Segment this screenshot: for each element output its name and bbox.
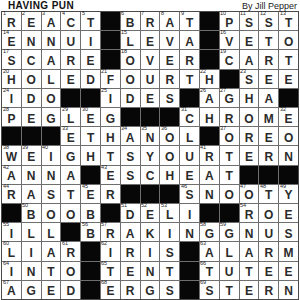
grid-cell-r4c10[interactable]: T: [180, 70, 199, 88]
cell-letter: A: [160, 12, 179, 30]
black-cell: [220, 70, 239, 88]
cell-letter: S: [42, 185, 61, 203]
grid-cell-r2c5[interactable]: I: [81, 31, 100, 49]
cell-letter: O: [42, 204, 61, 222]
grid-cell-r6c10[interactable]: 31C: [180, 108, 199, 126]
grid-cell-r4c6[interactable]: 21F: [101, 70, 120, 88]
cell-letter: T: [220, 281, 239, 299]
grid-cell-r10c6[interactable]: R: [101, 185, 120, 203]
grid-cell-r6c3[interactable]: G: [42, 108, 61, 126]
grid-cell-r7c13[interactable]: R: [240, 127, 259, 145]
grid-cell-r12c9[interactable]: I: [160, 223, 179, 241]
grid-cell-r9c11[interactable]: A: [200, 166, 219, 184]
cell-letter: E: [279, 204, 298, 222]
grid-cell-r11c2[interactable]: 50B: [22, 204, 41, 222]
cell-letter: I: [2, 262, 21, 280]
cell-letter: C: [61, 12, 80, 30]
cell-letter: N: [240, 223, 259, 241]
cell-letter: E: [259, 262, 278, 280]
grid-cell-r8c14[interactable]: R: [259, 146, 278, 164]
grid-cell-r1c13[interactable]: 11S: [240, 12, 259, 30]
cell-letter: G: [220, 89, 239, 107]
grid-cell-r15c8[interactable]: G: [141, 281, 160, 299]
cell-letter: N: [180, 223, 199, 241]
grid-cell-r13c12[interactable]: L: [220, 242, 239, 260]
grid-cell-r11c7[interactable]: 51D: [121, 204, 140, 222]
grid-cell-r5c9[interactable]: S: [160, 89, 179, 107]
grid-cell-r9c10[interactable]: E: [180, 166, 199, 184]
grid-cell-r2c14[interactable]: T: [259, 31, 278, 49]
grid-cell-r4c1[interactable]: 20H: [2, 70, 21, 88]
cell-letter: P: [220, 12, 239, 30]
grid-cell-r13c8[interactable]: I: [141, 242, 160, 260]
cell-letter: T: [180, 70, 199, 88]
grid-cell-r10c4[interactable]: T: [61, 185, 80, 203]
grid-cell-r5c12[interactable]: 27G: [220, 89, 239, 107]
grid-cell-r9c7[interactable]: S: [121, 166, 140, 184]
cell-letter: S: [160, 281, 179, 299]
grid-cell-r14c3[interactable]: T: [42, 262, 61, 280]
grid-cell-r15c9[interactable]: S: [160, 281, 179, 299]
cell-letter: A: [61, 166, 80, 184]
grid-cell-r1c14[interactable]: 12S: [259, 12, 278, 30]
cell-letter: V: [160, 31, 179, 49]
grid-cell-r3c5[interactable]: E: [81, 50, 100, 68]
cell-letter: A: [180, 31, 199, 49]
grid-cell-r3c10[interactable]: R: [180, 50, 199, 68]
cell-letter: B: [81, 204, 100, 222]
cell-letter: D: [61, 281, 80, 299]
grid-cell-r6c11[interactable]: H: [200, 108, 219, 126]
grid-cell-r11c3[interactable]: O: [42, 204, 61, 222]
grid-cell-r13c15[interactable]: M: [279, 242, 298, 260]
black-cell: [141, 108, 160, 126]
grid-cell-r4c2[interactable]: O: [22, 70, 41, 88]
grid-cell-r2c3[interactable]: N: [42, 31, 61, 49]
grid-cell-r4c14[interactable]: E: [259, 70, 278, 88]
grid-cell-r5c11[interactable]: 26A: [200, 89, 219, 107]
cell-letter: H: [200, 108, 219, 126]
cell-letter: R: [101, 185, 120, 203]
grid-cell-r1c3[interactable]: 3A: [42, 12, 61, 30]
grid-cell-r12c5[interactable]: 56B: [81, 223, 100, 241]
grid-cell-r13c6[interactable]: 62I: [101, 242, 120, 260]
grid-cell-r7c8[interactable]: 35N: [141, 127, 160, 145]
grid-cell-r8c11[interactable]: 41R: [200, 146, 219, 164]
grid-cell-r5c14[interactable]: A: [259, 89, 278, 107]
cell-letter: S: [121, 166, 140, 184]
cell-letter: T: [259, 31, 278, 49]
grid-cell-r12c8[interactable]: K: [141, 223, 160, 241]
grid-cell-r12c14[interactable]: U: [259, 223, 278, 241]
cell-letter: T: [42, 262, 61, 280]
cell-letter: N: [42, 31, 61, 49]
grid-cell-r1c4[interactable]: 4C: [61, 12, 80, 30]
cell-letter: L: [61, 108, 80, 126]
grid-cell-r10c15[interactable]: 49Y: [279, 185, 298, 203]
cell-letter: T: [101, 262, 120, 280]
grid-cell-r14c15[interactable]: E: [279, 262, 298, 280]
grid-cell-r8c7[interactable]: S: [121, 146, 140, 164]
black-cell: [121, 185, 140, 203]
grid-cell-r6c5[interactable]: 30E: [81, 108, 100, 126]
grid-cell-r15c6[interactable]: 68E: [101, 281, 120, 299]
grid-cell-r8c3[interactable]: 40I: [42, 146, 61, 164]
cell-letter: O: [240, 108, 259, 126]
cell-letter: N: [22, 31, 41, 49]
grid-cell-r14c1[interactable]: 64I: [2, 262, 21, 280]
cell-letter: V: [141, 50, 160, 68]
grid-cell-r6c14[interactable]: M: [259, 108, 278, 126]
grid-cell-r8c8[interactable]: Y: [141, 146, 160, 164]
grid-cell-r10c3[interactable]: S: [42, 185, 61, 203]
cell-letter: H: [160, 166, 179, 184]
grid-cell-r5c6[interactable]: 25I: [101, 89, 120, 107]
grid-cell-r14c2[interactable]: N: [22, 262, 41, 280]
cell-letter: O: [279, 31, 298, 49]
grid-cell-r15c3[interactable]: E: [42, 281, 61, 299]
grid-cell-r3c7[interactable]: 18O: [121, 50, 140, 68]
grid-cell-r4c4[interactable]: E: [61, 70, 80, 88]
cell-letter: E: [240, 31, 259, 49]
grid-cell-r12c12[interactable]: 59G: [220, 223, 239, 241]
cell-letter: N: [22, 262, 41, 280]
grid-cell-r12c2[interactable]: L: [22, 223, 41, 241]
grid-cell-r1c12[interactable]: 10P: [220, 12, 239, 30]
cell-letter: O: [42, 89, 61, 107]
grid-cell-r2c10[interactable]: A: [180, 31, 199, 49]
cell-letter: Y: [279, 185, 298, 203]
cell-letter: B: [121, 12, 140, 30]
crossword-page: HAVING PUN By Jill Pepper 1R2E3A4C5T6B7R…: [0, 0, 300, 300]
cell-letter: I: [101, 242, 120, 260]
cell-letter: L: [2, 242, 21, 260]
cell-letter: R: [2, 185, 21, 203]
grid-cell-r7c7[interactable]: 34A: [121, 127, 140, 145]
grid-cell-r8c5[interactable]: H: [81, 146, 100, 164]
cell-letter: O: [240, 185, 259, 203]
grid-cell-r5c1[interactable]: 24I: [2, 89, 21, 107]
grid-cell-r15c7[interactable]: R: [121, 281, 140, 299]
cell-letter: I: [180, 204, 199, 222]
grid-cell-r1c1[interactable]: 1R: [2, 12, 21, 30]
cell-letter: G: [200, 223, 219, 241]
cell-letter: S: [279, 223, 298, 241]
grid-cell-r1c8[interactable]: 7R: [141, 12, 160, 30]
grid-cell-r6c4[interactable]: 29L: [61, 108, 80, 126]
grid-cell-r8c9[interactable]: O: [160, 146, 179, 164]
cell-letter: N: [279, 281, 298, 299]
grid-cell-r2c15[interactable]: O: [279, 31, 298, 49]
grid-cell-r12c10[interactable]: N: [180, 223, 199, 241]
cell-letter: A: [42, 242, 61, 260]
grid-cell-r2c12[interactable]: 16V: [220, 31, 239, 49]
grid-cell-r13c11[interactable]: 63A: [200, 242, 219, 260]
cell-letter: E: [141, 31, 160, 49]
cell-letter: U: [61, 31, 80, 49]
grid-cell-r14c11[interactable]: 66T: [200, 262, 219, 280]
cell-letter: I: [141, 242, 160, 260]
grid-cell-r1c7[interactable]: 6B: [121, 12, 140, 30]
grid-cell-r8c6[interactable]: T: [101, 146, 120, 164]
grid-cell-r3c3[interactable]: A: [42, 50, 61, 68]
cell-letter: T: [200, 262, 219, 280]
cell-letter: C: [220, 50, 239, 68]
grid-cell-r12c1[interactable]: 55I: [2, 223, 21, 241]
cell-letter: R: [101, 223, 120, 241]
grid-cell-r7c4[interactable]: 33E: [61, 127, 80, 145]
cell-letter: A: [121, 223, 140, 241]
black-cell: [180, 89, 199, 107]
grid-cell-r3c13[interactable]: A: [240, 50, 259, 68]
grid-cell-r12c7[interactable]: A: [121, 223, 140, 241]
grid-cell-r14c8[interactable]: N: [141, 262, 160, 280]
grid-cell-r7c10[interactable]: L: [180, 127, 199, 145]
cell-letter: D: [121, 204, 140, 222]
grid-cell-r14c4[interactable]: O: [61, 262, 80, 280]
grid-cell-r4c3[interactable]: L: [42, 70, 61, 88]
grid-cell-r5c13[interactable]: H: [240, 89, 259, 107]
black-cell: [180, 262, 199, 280]
cell-letter: A: [200, 166, 219, 184]
cell-letter: S: [240, 70, 259, 88]
grid-cell-r14c12[interactable]: U: [220, 262, 239, 280]
cell-letter: C: [22, 50, 41, 68]
grid-cell-r8c2[interactable]: 39E: [22, 146, 41, 164]
black-cell: [61, 89, 80, 107]
grid-cell-r13c14[interactable]: R: [259, 242, 278, 260]
cell-letter: T: [180, 12, 199, 30]
grid-cell-r10c12[interactable]: O: [220, 185, 239, 203]
grid-cell-r14c9[interactable]: T: [160, 262, 179, 280]
cell-letter: I: [42, 146, 61, 164]
grid-cell-r11c4[interactable]: O: [61, 204, 80, 222]
grid-cell-r6c15[interactable]: 32E: [279, 108, 298, 126]
grid-cell-r9c3[interactable]: N: [42, 166, 61, 184]
grid-cell-r2c4[interactable]: U: [61, 31, 80, 49]
grid-cell-r15c11[interactable]: 69S: [200, 281, 219, 299]
grid-cell-r8c1[interactable]: 38W: [2, 146, 21, 164]
grid-cell-r7c6[interactable]: H: [101, 127, 120, 145]
grid-cell-r10c1[interactable]: 44R: [2, 185, 21, 203]
cell-letter: T: [259, 185, 278, 203]
grid-cell-r4c9[interactable]: R: [160, 70, 179, 88]
cell-letter: H: [200, 70, 219, 88]
grid-cell-r3c14[interactable]: R: [259, 50, 278, 68]
cell-letter: S: [180, 185, 199, 203]
cell-letter: E: [2, 31, 21, 49]
grid-cell-r6c1[interactable]: 28P: [2, 108, 21, 126]
grid-cell-r2c2[interactable]: N: [22, 31, 41, 49]
crossword-grid: 1R2E3A4C5T6B7R8A9T10P11S12S13T14ENNUI15L…: [1, 11, 299, 300]
grid-cell-r3c1[interactable]: 17S: [2, 50, 21, 68]
cell-letter: H: [101, 127, 120, 145]
grid-cell-r1c10[interactable]: 9T: [180, 12, 199, 30]
grid-cell-r6c6[interactable]: G: [101, 108, 120, 126]
grid-cell-r8c13[interactable]: E: [240, 146, 259, 164]
cell-letter: L: [220, 242, 239, 260]
grid-cell-r14c6[interactable]: 65T: [101, 262, 120, 280]
grid-cell-r1c9[interactable]: 8A: [160, 12, 179, 30]
grid-cell-r4c15[interactable]: E: [279, 70, 298, 88]
grid-cell-r7c12[interactable]: 37O: [220, 127, 239, 145]
grid-cell-r2c8[interactable]: E: [141, 31, 160, 49]
grid-cell-r2c13[interactable]: E: [240, 31, 259, 49]
grid-cell-r3c12[interactable]: 19C: [220, 50, 239, 68]
grid-cell-r6c2[interactable]: E: [22, 108, 41, 126]
grid-cell-r2c1[interactable]: 14E: [2, 31, 21, 49]
grid-cell-r4c8[interactable]: U: [141, 70, 160, 88]
grid-cell-r1c15[interactable]: 13T: [279, 12, 298, 30]
cell-letter: E: [160, 50, 179, 68]
grid-cell-r10c11[interactable]: N: [200, 185, 219, 203]
black-cell: [42, 127, 61, 145]
grid-cell-r15c13[interactable]: E: [240, 281, 259, 299]
cell-letter: A: [121, 127, 140, 145]
grid-cell-r3c8[interactable]: V: [141, 50, 160, 68]
grid-cell-r11c5[interactable]: B: [81, 204, 100, 222]
grid-cell-r12c3[interactable]: L: [42, 223, 61, 241]
cell-letter: G: [61, 146, 80, 164]
grid-cell-r10c14[interactable]: 48T: [259, 185, 278, 203]
grid-cell-r9c9[interactable]: H: [160, 166, 179, 184]
grid-cell-r5c8[interactable]: E: [141, 89, 160, 107]
grid-cell-r5c3[interactable]: O: [42, 89, 61, 107]
grid-cell-r13c1[interactable]: 60L: [2, 242, 21, 260]
cell-letter: E: [180, 166, 199, 184]
grid-cell-r7c15[interactable]: O: [279, 127, 298, 145]
grid-cell-r15c4[interactable]: D: [61, 281, 80, 299]
cell-letter: A: [240, 242, 259, 260]
cell-letter: I: [22, 242, 41, 260]
cell-letter: S: [160, 242, 179, 260]
grid-cell-r2c9[interactable]: V: [160, 31, 179, 49]
cell-letter: E: [141, 204, 160, 222]
black-cell: [121, 108, 140, 126]
grid-cell-r15c12[interactable]: T: [220, 281, 239, 299]
grid-cell-r6c12[interactable]: R: [220, 108, 239, 126]
grid-cell-r12c15[interactable]: S: [279, 223, 298, 241]
grid-cell-r9c12[interactable]: T: [220, 166, 239, 184]
grid-cell-r3c15[interactable]: T: [279, 50, 298, 68]
grid-cell-r5c7[interactable]: D: [121, 89, 140, 107]
grid-cell-r8c15[interactable]: N: [279, 146, 298, 164]
grid-cell-r14c13[interactable]: T: [240, 262, 259, 280]
grid-cell-r4c13[interactable]: 23S: [240, 70, 259, 88]
grid-cell-r9c6[interactable]: 43E: [101, 166, 120, 184]
grid-cell-r11c8[interactable]: 52E: [141, 204, 160, 222]
grid-cell-r15c14[interactable]: R: [259, 281, 278, 299]
grid-cell-r15c2[interactable]: G: [22, 281, 41, 299]
cell-letter: O: [259, 204, 278, 222]
grid-cell-r11c10[interactable]: I: [180, 204, 199, 222]
cell-letter: A: [2, 166, 21, 184]
grid-cell-r13c4[interactable]: 61R: [61, 242, 80, 260]
cell-letter: I: [101, 89, 120, 107]
cell-letter: A: [42, 50, 61, 68]
cell-letter: T: [279, 12, 298, 30]
black-cell: [279, 166, 298, 184]
grid-cell-r4c5[interactable]: D: [81, 70, 100, 88]
grid-cell-r6c13[interactable]: O: [240, 108, 259, 126]
grid-cell-r1c5[interactable]: 5T: [81, 12, 100, 30]
grid-cell-r10c13[interactable]: 47O: [240, 185, 259, 203]
cell-letter: T: [101, 146, 120, 164]
grid-cell-r7c14[interactable]: E: [259, 127, 278, 145]
grid-cell-r12c13[interactable]: N: [240, 223, 259, 241]
grid-cell-r11c13[interactable]: 54R: [240, 204, 259, 222]
grid-cell-r13c7[interactable]: R: [121, 242, 140, 260]
cell-letter: R: [61, 50, 80, 68]
black-cell: [220, 204, 239, 222]
grid-cell-r9c1[interactable]: 42A: [2, 166, 21, 184]
grid-cell-r2c7[interactable]: 15L: [121, 31, 140, 49]
grid-cell-r7c9[interactable]: 36O: [160, 127, 179, 145]
grid-cell-r13c13[interactable]: A: [240, 242, 259, 260]
grid-cell-r8c10[interactable]: U: [180, 146, 199, 164]
cell-letter: R: [121, 242, 140, 260]
grid-cell-r11c9[interactable]: 53L: [160, 204, 179, 222]
grid-cell-r7c5[interactable]: T: [81, 127, 100, 145]
cell-letter: N: [141, 127, 160, 145]
grid-cell-r3c9[interactable]: E: [160, 50, 179, 68]
cell-letter: S: [160, 89, 179, 107]
grid-cell-r10c2[interactable]: A: [22, 185, 41, 203]
grid-cell-r14c14[interactable]: E: [259, 262, 278, 280]
grid-cell-r13c2[interactable]: I: [22, 242, 41, 260]
grid-cell-r5c2[interactable]: D: [22, 89, 41, 107]
cell-letter: N: [42, 166, 61, 184]
grid-cell-r3c2[interactable]: C: [22, 50, 41, 68]
grid-cell-r14c7[interactable]: E: [121, 262, 140, 280]
grid-cell-r8c12[interactable]: T: [220, 146, 239, 164]
grid-cell-r8c4[interactable]: G: [61, 146, 80, 164]
grid-cell-r12c11[interactable]: 58G: [200, 223, 219, 241]
grid-cell-r4c11[interactable]: 22H: [200, 70, 219, 88]
cell-letter: S: [259, 12, 278, 30]
grid-cell-r13c3[interactable]: A: [42, 242, 61, 260]
grid-cell-r4c7[interactable]: O: [121, 70, 140, 88]
grid-cell-r12c6[interactable]: 57R: [101, 223, 120, 241]
grid-cell-r9c8[interactable]: C: [141, 166, 160, 184]
grid-cell-r9c2[interactable]: N: [22, 166, 41, 184]
grid-cell-r10c5[interactable]: 45E: [81, 185, 100, 203]
cell-letter: T: [61, 185, 80, 203]
grid-cell-r3c4[interactable]: R: [61, 50, 80, 68]
cell-letter: R: [61, 242, 80, 260]
cell-letter: T: [81, 127, 100, 145]
cell-letter: O: [160, 127, 179, 145]
cell-letter: R: [259, 281, 278, 299]
cell-letter: A: [22, 185, 41, 203]
grid-cell-r15c15[interactable]: N: [279, 281, 298, 299]
grid-cell-r13c9[interactable]: S: [160, 242, 179, 260]
grid-cell-r11c14[interactable]: O: [259, 204, 278, 222]
grid-cell-r9c4[interactable]: A: [61, 166, 80, 184]
cell-letter: T: [160, 262, 179, 280]
cell-letter: G: [22, 281, 41, 299]
black-cell: [101, 12, 120, 30]
cell-letter: L: [42, 223, 61, 241]
grid-cell-r11c15[interactable]: E: [279, 204, 298, 222]
grid-cell-r10c10[interactable]: 46S: [180, 185, 199, 203]
cell-letter: U: [259, 223, 278, 241]
cell-letter: T: [240, 262, 259, 280]
cell-letter: I: [160, 223, 179, 241]
grid-cell-r15c1[interactable]: 67A: [2, 281, 21, 299]
black-cell: [200, 50, 219, 68]
grid-cell-r1c2[interactable]: 2E: [22, 12, 41, 30]
